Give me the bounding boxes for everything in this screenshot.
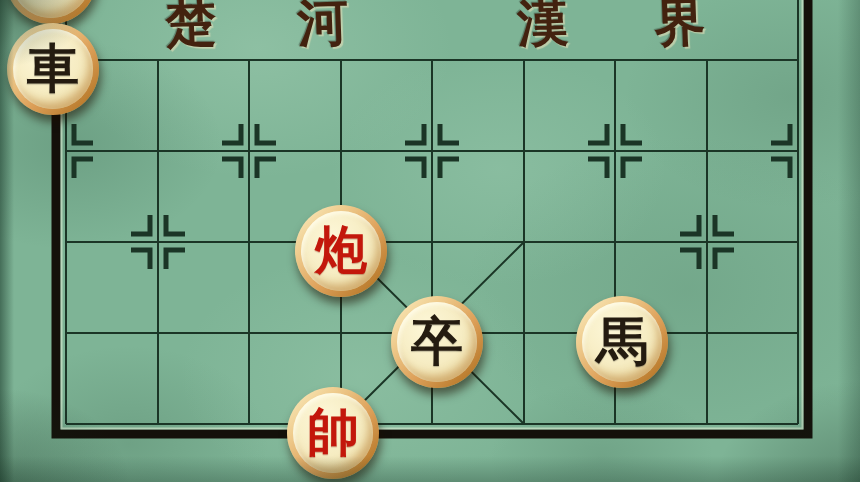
piece-face: 馬 [582, 302, 662, 382]
piece-face: 炮 [301, 211, 381, 291]
xiangqi-board: 楚 河 漢 界 車炮卒馬帥 [0, 0, 860, 482]
piece-red-cannon[interactable]: 炮 [295, 205, 387, 297]
piece-face: 卒 [397, 302, 477, 382]
piece-glyph: 馬 [596, 316, 648, 368]
piece-black-horse[interactable]: 馬 [576, 296, 668, 388]
piece-red-general[interactable]: 帥 [287, 387, 379, 479]
piece-glyph: 卒 [411, 316, 463, 368]
pieces-layer: 車炮卒馬帥 [0, 0, 860, 482]
piece-black-soldier[interactable]: 卒 [391, 296, 483, 388]
piece-glyph: 炮 [315, 225, 367, 277]
piece-glyph: 車 [27, 43, 79, 95]
piece-black-chariot[interactable]: 車 [7, 23, 99, 115]
piece-face: 車 [13, 29, 93, 109]
piece-face [11, 0, 91, 18]
piece-unknown-cut-off[interactable] [5, 0, 97, 24]
piece-glyph: 帥 [307, 407, 359, 459]
piece-face: 帥 [293, 393, 373, 473]
